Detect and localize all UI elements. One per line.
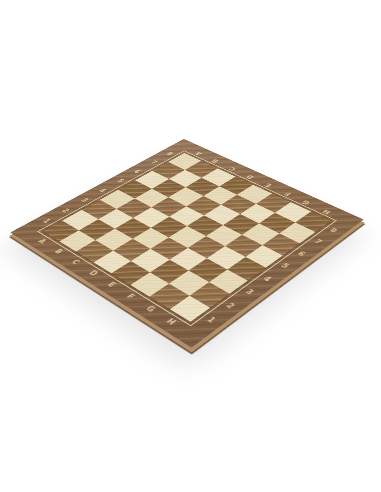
file-label-b-near-text: B	[53, 249, 63, 255]
rank-label-2-left-text: 2	[60, 208, 69, 213]
file-label-e-far-text: E	[265, 182, 274, 187]
rank-label-7-right-text: 7	[312, 239, 322, 245]
rank-label-6-left-text: 6	[132, 169, 141, 174]
rank-label-4-left-text: 4	[97, 188, 106, 193]
rank-label-1-left-text: 1	[41, 219, 51, 224]
file-label-e-near-text: E	[106, 282, 116, 289]
file-label-g-near-text: G	[144, 305, 156, 313]
rank-label-3-right-text: 3	[243, 289, 254, 296]
file-label-b-far-text: B	[212, 158, 221, 163]
file-label-c-near-text: C	[70, 259, 80, 265]
product-photo-scene: AA11BB22CC33DD44EE55FF66GG77HH88	[0, 0, 381, 492]
file-label-f-far-text: F	[284, 191, 293, 196]
file-label-a-near-text: A	[37, 238, 47, 244]
rank-label-7-left-text: 7	[149, 160, 158, 164]
file-label-c-far-text: C	[229, 166, 238, 171]
rank-label-1-right-text: 1	[205, 317, 216, 324]
rank-label-4-right-text: 4	[262, 276, 272, 283]
chess-board: AA11BB22CC33DD44EE55FF66GG77HH88	[10, 139, 363, 348]
file-label-f-near-text: F	[125, 293, 136, 300]
board-field	[43, 153, 331, 322]
rank-label-8-left-text: 8	[165, 152, 173, 156]
file-label-d-near-text: D	[87, 270, 98, 277]
rank-label-2-right-text: 2	[224, 303, 235, 310]
file-label-a-far-text: A	[195, 151, 204, 156]
rank-label-5-right-text: 5	[279, 263, 289, 269]
file-label-d-far-text: D	[246, 174, 255, 179]
file-label-g-far-text: G	[303, 199, 313, 205]
rank-label-6-right-text: 6	[296, 251, 306, 257]
file-label-h-far-text: H	[323, 208, 333, 214]
file-label-h-near-text: H	[165, 318, 177, 326]
rank-label-3-left-text: 3	[79, 198, 88, 203]
rank-label-5-left-text: 5	[115, 179, 124, 184]
rank-label-8-right-text: 8	[328, 228, 337, 234]
